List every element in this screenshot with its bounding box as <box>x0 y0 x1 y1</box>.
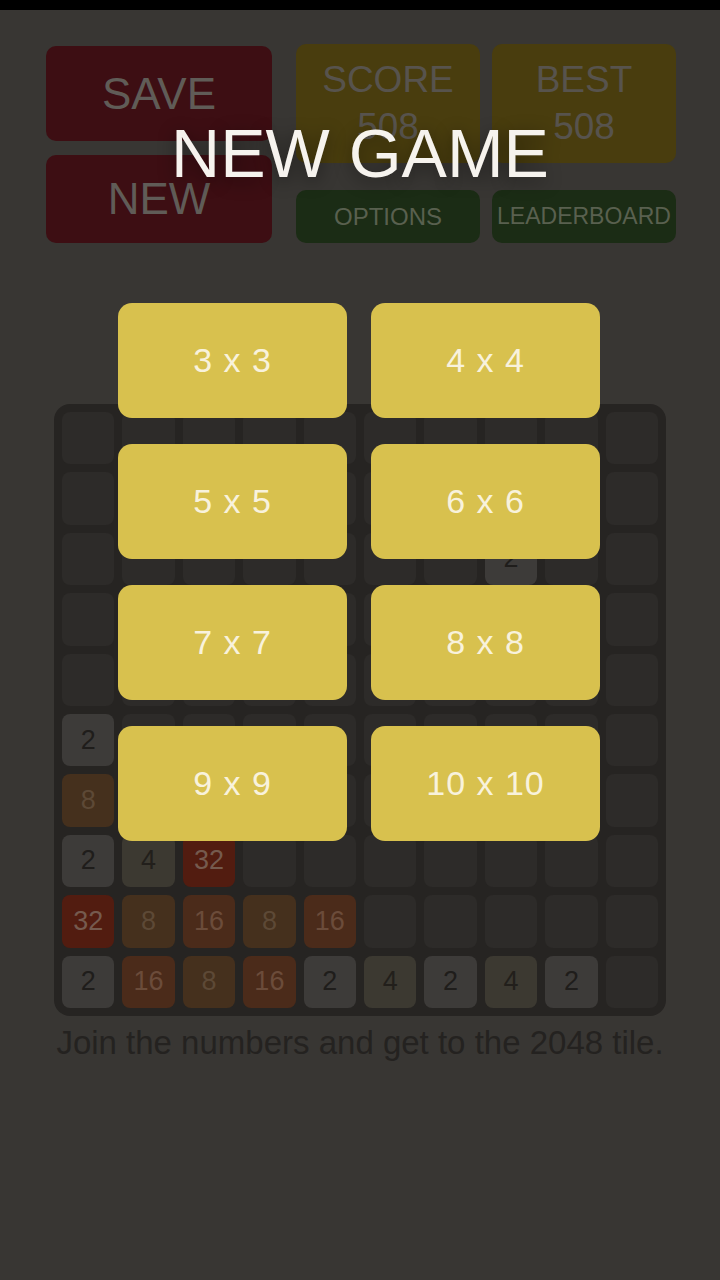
grid-size-button-7x7[interactable]: 7 x 7 <box>118 585 347 700</box>
empty-cell <box>606 895 658 947</box>
grid-size-button-4x4[interactable]: 4 x 4 <box>371 303 600 418</box>
grid-size-button-9x9[interactable]: 9 x 9 <box>118 726 347 841</box>
tile-2: 2 <box>304 956 356 1008</box>
empty-cell <box>545 895 597 947</box>
tile-4: 4 <box>364 956 416 1008</box>
grid-size-button-5x5[interactable]: 5 x 5 <box>118 444 347 559</box>
tile-16: 16 <box>243 956 295 1008</box>
grid-size-button-8x8[interactable]: 8 x 8 <box>371 585 600 700</box>
empty-cell <box>545 835 597 887</box>
empty-cell <box>364 835 416 887</box>
empty-cell <box>606 593 658 645</box>
empty-cell <box>606 835 658 887</box>
tile-2: 2 <box>62 956 114 1008</box>
tile-4: 4 <box>122 835 174 887</box>
empty-cell <box>606 956 658 1008</box>
empty-cell <box>62 593 114 645</box>
new-game-dialog-title: NEW GAME <box>0 114 720 192</box>
tile-8: 8 <box>122 895 174 947</box>
tile-2: 2 <box>424 956 476 1008</box>
tile-32: 32 <box>62 895 114 947</box>
grid-size-button-10x10[interactable]: 10 x 10 <box>371 726 600 841</box>
tile-2: 2 <box>545 956 597 1008</box>
tile-8: 8 <box>243 895 295 947</box>
leaderboard-button[interactable]: LEADERBOARD <box>492 190 676 243</box>
empty-cell <box>606 472 658 524</box>
empty-cell <box>606 714 658 766</box>
options-button[interactable]: OPTIONS <box>296 190 480 243</box>
empty-cell <box>606 533 658 585</box>
status-bar <box>0 0 720 10</box>
tile-2: 2 <box>62 835 114 887</box>
empty-cell <box>62 533 114 585</box>
tile-8: 8 <box>183 956 235 1008</box>
empty-cell <box>485 895 537 947</box>
tile-2: 2 <box>62 714 114 766</box>
tile-16: 16 <box>122 956 174 1008</box>
empty-cell <box>606 774 658 826</box>
empty-cell <box>62 654 114 706</box>
tile-4: 4 <box>485 956 537 1008</box>
tile-32: 32 <box>183 835 235 887</box>
empty-cell <box>62 472 114 524</box>
tile-16: 16 <box>183 895 235 947</box>
app-screen: SAVE NEW SCORE 508 BEST 508 OPTIONS LEAD… <box>0 0 720 1280</box>
instruction-text: Join the numbers and get to the 2048 til… <box>0 1024 720 1062</box>
tile-8: 8 <box>62 774 114 826</box>
score-label: SCORE <box>322 57 454 103</box>
grid-size-options: 3 x 3 4 x 4 5 x 5 6 x 6 7 x 7 8 x 8 9 x … <box>118 303 600 841</box>
empty-cell <box>424 835 476 887</box>
empty-cell <box>62 412 114 464</box>
empty-cell <box>304 835 356 887</box>
tile-16: 16 <box>304 895 356 947</box>
empty-cell <box>606 412 658 464</box>
empty-cell <box>606 654 658 706</box>
empty-cell <box>485 835 537 887</box>
grid-size-button-3x3[interactable]: 3 x 3 <box>118 303 347 418</box>
grid-size-button-6x6[interactable]: 6 x 6 <box>371 444 600 559</box>
empty-cell <box>364 895 416 947</box>
empty-cell <box>243 835 295 887</box>
empty-cell <box>424 895 476 947</box>
best-label: BEST <box>536 57 633 103</box>
